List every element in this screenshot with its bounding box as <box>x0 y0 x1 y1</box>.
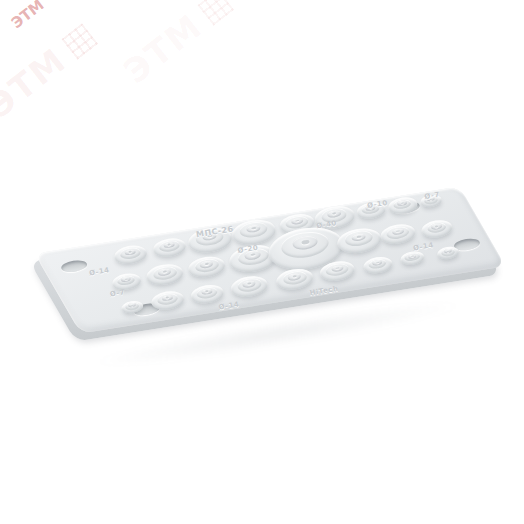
grid-logo-icon <box>62 23 98 59</box>
knockout-dome <box>336 226 383 257</box>
etm-watermark-pattern: ЭТМ <box>116 0 238 92</box>
etm-watermark-pattern: ЭТМ <box>0 18 102 126</box>
grid-logo-icon <box>198 0 234 26</box>
knockout-dome <box>112 243 147 266</box>
etm-logo-text: ЭТМ <box>8 0 48 32</box>
plate-marking: Ø-14 <box>413 241 435 252</box>
knockout-dome <box>387 196 418 216</box>
plate-marking: Ø-7 <box>109 288 125 298</box>
knockout-dome <box>380 222 418 246</box>
product-photo: ЭТМ ЭТМ ЭТМ Ø-14Ø-7МПС-26Ø-20Ø-40Ø-10Ø-7… <box>0 0 524 524</box>
etm-watermark-text: ЭТМ <box>116 6 210 92</box>
plate-marking: Ø-40 <box>316 219 338 230</box>
knockout-dome <box>230 273 270 299</box>
knockout-dome <box>436 245 460 260</box>
knockout-dome <box>145 262 185 288</box>
knockout-dome <box>230 217 277 248</box>
knockout-center-nub <box>301 240 309 245</box>
membrane-plate: Ø-14Ø-7МПС-26Ø-20Ø-40Ø-10Ø-7Ø-14Ø-14HiTe… <box>55 217 485 303</box>
knockout-dome <box>362 255 393 275</box>
knockout-dome <box>420 218 453 239</box>
knockout-dome <box>400 250 426 267</box>
plate-marking: Ø-14 <box>88 266 110 277</box>
etm-watermark-text: ЭТМ <box>0 40 74 126</box>
etm-logo: ЭТМ <box>8 0 48 32</box>
knockout-dome <box>151 236 186 259</box>
knockout-center-nub <box>434 225 437 227</box>
knockout-dome <box>187 254 227 280</box>
screw-slot <box>60 258 87 273</box>
